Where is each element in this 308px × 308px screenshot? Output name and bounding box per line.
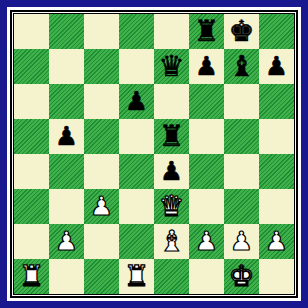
square-h2[interactable]: ♟ [259, 224, 294, 259]
square-g6[interactable] [224, 84, 259, 119]
white-pawn-piece[interactable]: ♟ [265, 224, 288, 259]
square-h7[interactable]: ♟ [259, 49, 294, 84]
white-bishop-piece[interactable]: ♝ [159, 224, 185, 259]
square-d1[interactable]: ♜ [119, 259, 154, 294]
square-h1[interactable] [259, 259, 294, 294]
square-e7[interactable]: ♛ [154, 49, 189, 84]
black-rook-piece[interactable]: ♜ [159, 119, 185, 154]
black-bishop-piece[interactable]: ♝ [229, 49, 255, 84]
square-h8[interactable] [259, 14, 294, 49]
square-a2[interactable] [14, 224, 49, 259]
square-e3[interactable]: ♛ [154, 189, 189, 224]
black-king-piece[interactable]: ♚ [229, 14, 255, 49]
square-a1[interactable]: ♜ [14, 259, 49, 294]
square-b7[interactable] [49, 49, 84, 84]
square-d4[interactable] [119, 154, 154, 189]
square-g4[interactable] [224, 154, 259, 189]
square-f8[interactable]: ♜ [189, 14, 224, 49]
white-king-piece[interactable]: ♚ [229, 259, 255, 294]
square-e6[interactable] [154, 84, 189, 119]
square-f1[interactable] [189, 259, 224, 294]
square-b5[interactable]: ♟ [49, 119, 84, 154]
chess-board: ♜♚♛♟♝♟♟♟♜♟♟♛♟♝♟♟♟♜♜♚ [14, 14, 294, 294]
square-b8[interactable] [49, 14, 84, 49]
black-queen-piece[interactable]: ♛ [159, 49, 185, 84]
black-pawn-piece[interactable]: ♟ [265, 49, 288, 84]
square-c6[interactable] [84, 84, 119, 119]
square-d5[interactable] [119, 119, 154, 154]
square-c1[interactable] [84, 259, 119, 294]
square-a5[interactable] [14, 119, 49, 154]
square-d3[interactable] [119, 189, 154, 224]
square-a4[interactable] [14, 154, 49, 189]
square-e2[interactable]: ♝ [154, 224, 189, 259]
square-g3[interactable] [224, 189, 259, 224]
square-f6[interactable] [189, 84, 224, 119]
square-f4[interactable] [189, 154, 224, 189]
square-g2[interactable]: ♟ [224, 224, 259, 259]
frame-black-stripe: ♜♚♛♟♝♟♟♟♜♟♟♛♟♝♟♟♟♜♜♚ [10, 10, 298, 298]
square-g7[interactable]: ♝ [224, 49, 259, 84]
square-c4[interactable] [84, 154, 119, 189]
square-h3[interactable] [259, 189, 294, 224]
square-a3[interactable] [14, 189, 49, 224]
square-h5[interactable] [259, 119, 294, 154]
square-b2[interactable]: ♟ [49, 224, 84, 259]
white-pawn-piece[interactable]: ♟ [90, 189, 113, 224]
white-rook-piece[interactable]: ♜ [124, 259, 150, 294]
black-rook-piece[interactable]: ♜ [194, 14, 220, 49]
black-pawn-piece[interactable]: ♟ [195, 49, 218, 84]
square-c5[interactable] [84, 119, 119, 154]
white-pawn-piece[interactable]: ♟ [55, 224, 78, 259]
square-g8[interactable]: ♚ [224, 14, 259, 49]
square-e8[interactable] [154, 14, 189, 49]
square-e4[interactable]: ♟ [154, 154, 189, 189]
frame-white-stripe: ♜♚♛♟♝♟♟♟♜♟♟♛♟♝♟♟♟♜♜♚ [7, 7, 301, 301]
square-d7[interactable] [119, 49, 154, 84]
black-pawn-piece[interactable]: ♟ [55, 119, 78, 154]
square-g1[interactable]: ♚ [224, 259, 259, 294]
square-h4[interactable] [259, 154, 294, 189]
square-e1[interactable] [154, 259, 189, 294]
square-f2[interactable]: ♟ [189, 224, 224, 259]
square-e5[interactable]: ♜ [154, 119, 189, 154]
square-f3[interactable] [189, 189, 224, 224]
square-c2[interactable] [84, 224, 119, 259]
square-h6[interactable] [259, 84, 294, 119]
square-f5[interactable] [189, 119, 224, 154]
white-rook-piece[interactable]: ♜ [19, 259, 45, 294]
board-frame: ♜♚♛♟♝♟♟♟♜♟♟♛♟♝♟♟♟♜♜♚ [0, 0, 308, 308]
square-f7[interactable]: ♟ [189, 49, 224, 84]
square-b6[interactable] [49, 84, 84, 119]
square-d2[interactable] [119, 224, 154, 259]
square-a6[interactable] [14, 84, 49, 119]
square-d8[interactable] [119, 14, 154, 49]
square-a7[interactable] [14, 49, 49, 84]
square-g5[interactable] [224, 119, 259, 154]
black-pawn-piece[interactable]: ♟ [125, 84, 148, 119]
black-pawn-piece[interactable]: ♟ [160, 154, 183, 189]
square-b4[interactable] [49, 154, 84, 189]
white-pawn-piece[interactable]: ♟ [195, 224, 218, 259]
square-c3[interactable]: ♟ [84, 189, 119, 224]
square-c8[interactable] [84, 14, 119, 49]
square-a8[interactable] [14, 14, 49, 49]
white-pawn-piece[interactable]: ♟ [230, 224, 253, 259]
white-queen-piece[interactable]: ♛ [159, 189, 185, 224]
frame-inner-white-line: ♜♚♛♟♝♟♟♟♜♟♟♛♟♝♟♟♟♜♜♚ [12, 12, 296, 296]
square-b3[interactable] [49, 189, 84, 224]
square-b1[interactable] [49, 259, 84, 294]
square-d6[interactable]: ♟ [119, 84, 154, 119]
square-c7[interactable] [84, 49, 119, 84]
frame-inner-black-line: ♜♚♛♟♝♟♟♟♜♟♟♛♟♝♟♟♟♜♜♚ [13, 13, 295, 295]
